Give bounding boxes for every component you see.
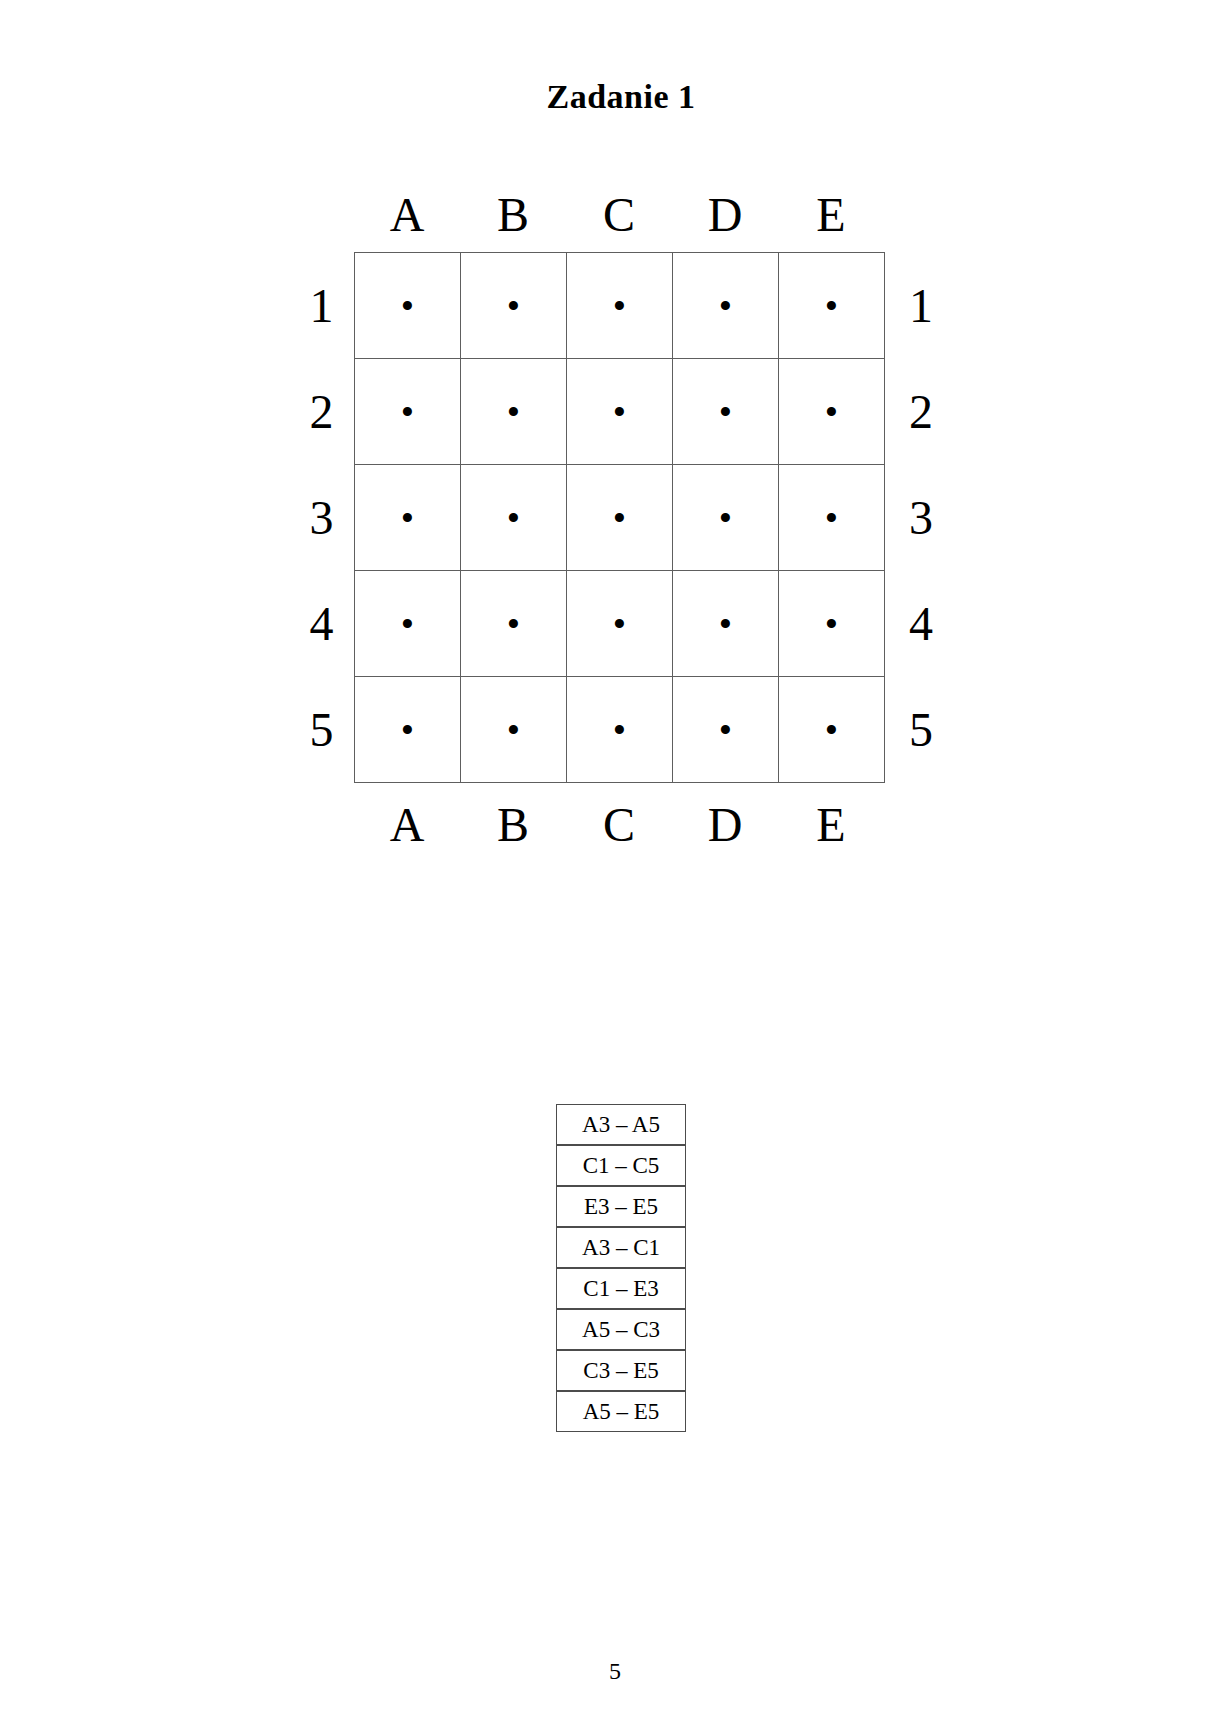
grid-dot-B3: • <box>507 499 520 537</box>
grid-cell-B4: • <box>461 571 567 677</box>
col-label-bottom-E: E <box>778 793 884 857</box>
grid-cell-E4: • <box>779 571 885 677</box>
grid-cell-D4: • <box>673 571 779 677</box>
col-label-bottom-C: C <box>566 793 672 857</box>
page-number: 5 <box>15 1658 1211 1685</box>
grid-cell-B3: • <box>461 465 567 571</box>
grid-cell-E1: • <box>779 253 885 359</box>
col-label-bottom-A: A <box>354 793 460 857</box>
grid-dot-C5: • <box>613 711 626 749</box>
grid-cell-D5: • <box>673 677 779 783</box>
segment-item-6: A5 – C3 <box>556 1309 686 1350</box>
row-label-left-4: 4 <box>289 570 354 676</box>
row-labels-right: 12345 <box>884 252 958 783</box>
grid-cell-A5: • <box>355 677 461 783</box>
segment-item-3: E3 – E5 <box>556 1186 686 1227</box>
grid-dot-C1: • <box>613 287 626 325</box>
row-label-right-5: 5 <box>884 676 958 782</box>
grid-dot-E1: • <box>825 287 838 325</box>
grid-dot-E3: • <box>825 499 838 537</box>
row-label-right-1: 1 <box>884 252 958 358</box>
row-labels-left: 12345 <box>289 252 354 783</box>
grid-dot-E4: • <box>825 605 838 643</box>
column-labels-bottom: ABCDE <box>354 793 884 857</box>
grid-dot-E2: • <box>825 393 838 431</box>
page-title: Zadanie 1 <box>21 78 1211 116</box>
grid-cell-B2: • <box>461 359 567 465</box>
grid-cell-E5: • <box>779 677 885 783</box>
worksheet-page: Zadanie 1 ABCDE 12345 ••••••••••••••••••… <box>0 0 1211 1730</box>
grid-dot-B2: • <box>507 393 520 431</box>
grid-cell-B5: • <box>461 677 567 783</box>
grid-dot-A1: • <box>401 287 414 325</box>
col-label-top-B: B <box>460 185 566 245</box>
row-label-right-2: 2 <box>884 358 958 464</box>
grid-cell-B1: • <box>461 253 567 359</box>
grid-dot-B5: • <box>507 711 520 749</box>
grid-dot-C4: • <box>613 605 626 643</box>
grid-cell-C5: • <box>567 677 673 783</box>
segment-item-7: C3 – E5 <box>556 1350 686 1391</box>
col-label-top-E: E <box>778 185 884 245</box>
grid-dot-A2: • <box>401 393 414 431</box>
grid-dot-E5: • <box>825 711 838 749</box>
grid-cell-D2: • <box>673 359 779 465</box>
grid-dot-B4: • <box>507 605 520 643</box>
grid-dot-C3: • <box>613 499 626 537</box>
grid-cell-C4: • <box>567 571 673 677</box>
grid-cell-C1: • <box>567 253 673 359</box>
segment-item-1: A3 – A5 <box>556 1104 686 1145</box>
grid-cell-C3: • <box>567 465 673 571</box>
grid-cell-A3: • <box>355 465 461 571</box>
grid-cell-A2: • <box>355 359 461 465</box>
col-label-top-A: A <box>354 185 460 245</box>
row-label-right-3: 3 <box>884 464 958 570</box>
row-label-left-1: 1 <box>289 252 354 358</box>
col-label-bottom-D: D <box>672 793 778 857</box>
col-label-top-C: C <box>566 185 672 245</box>
grid-cell-E2: • <box>779 359 885 465</box>
grid-dot-D4: • <box>719 605 732 643</box>
column-labels-top: ABCDE <box>354 185 884 245</box>
grid-dot-A4: • <box>401 605 414 643</box>
grid-dot-B1: • <box>507 287 520 325</box>
grid-cell-C2: • <box>567 359 673 465</box>
grid-cell-D1: • <box>673 253 779 359</box>
grid-dot-D2: • <box>719 393 732 431</box>
dot-grid-board: ••••••••••••••••••••••••• <box>354 252 885 783</box>
segment-item-2: C1 – C5 <box>556 1145 686 1186</box>
segment-item-8: A5 – E5 <box>556 1391 686 1432</box>
grid-cell-A1: • <box>355 253 461 359</box>
grid-dot-D1: • <box>719 287 732 325</box>
col-label-bottom-B: B <box>460 793 566 857</box>
segment-item-4: A3 – C1 <box>556 1227 686 1268</box>
grid-cell-E3: • <box>779 465 885 571</box>
segment-item-5: C1 – E3 <box>556 1268 686 1309</box>
row-label-left-2: 2 <box>289 358 354 464</box>
row-label-left-5: 5 <box>289 676 354 782</box>
grid-dot-D3: • <box>719 499 732 537</box>
grid-cell-D3: • <box>673 465 779 571</box>
grid-dot-C2: • <box>613 393 626 431</box>
grid-dot-A3: • <box>401 499 414 537</box>
segment-list: A3 – A5C1 – C5E3 – E5A3 – C1C1 – E3A5 – … <box>556 1104 686 1432</box>
row-label-right-4: 4 <box>884 570 958 676</box>
row-label-left-3: 3 <box>289 464 354 570</box>
col-label-top-D: D <box>672 185 778 245</box>
grid-dot-D5: • <box>719 711 732 749</box>
grid-cell-A4: • <box>355 571 461 677</box>
grid-dot-A5: • <box>401 711 414 749</box>
